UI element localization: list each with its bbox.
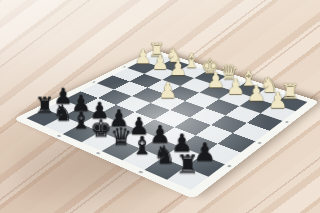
eyelet-hole [95, 152, 101, 155]
eyelet-hole [285, 121, 290, 123]
eyelet-hole [265, 86, 270, 88]
eyelet-hole [138, 171, 144, 174]
eyelet-hole [56, 135, 61, 138]
eyelet-hole [257, 142, 262, 145]
square-e3 [166, 86, 199, 101]
eyelet-hole [227, 165, 233, 168]
eyelet-hole [226, 74, 230, 76]
square-d3 [185, 92, 219, 108]
photo-chess-scene: ♜♞♝♛♚♝♞♜♟♟♟♟♟♟♟♟♟♟♟♟♟♟♟♟♜♞♝♛♚♝♞♜ [0, 0, 320, 213]
square-c1: ♝ [232, 82, 265, 97]
